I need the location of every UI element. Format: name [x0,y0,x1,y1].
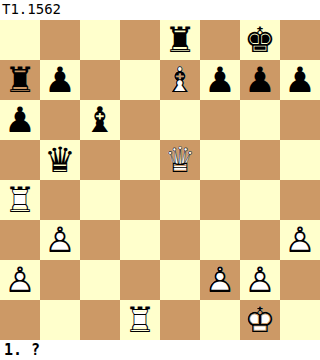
white-queen[interactable]: ♛♕ [160,140,200,180]
square-h7[interactable]: ♟ [280,60,320,100]
square-d8[interactable] [120,20,160,60]
black-pawn[interactable]: ♟ [0,100,40,140]
square-e1[interactable] [160,300,200,340]
square-b3[interactable]: ♟♙ [40,220,80,260]
square-c4[interactable] [80,180,120,220]
chess-board: ♜♚♜♟♝♗♟♟♟♟♝♛♛♕♜♖♟♙♟♙♟♙♟♙♟♙♜♖♚♔ [0,20,320,340]
square-f5[interactable] [200,140,240,180]
square-h6[interactable] [280,100,320,140]
puzzle-id: T1.1562 [0,0,320,20]
square-h2[interactable] [280,260,320,300]
square-h5[interactable] [280,140,320,180]
piece-outline: ♗ [160,60,200,100]
piece-outline: ♔ [240,300,280,340]
white-pawn[interactable]: ♟♙ [200,260,240,300]
square-h1[interactable] [280,300,320,340]
square-c7[interactable] [80,60,120,100]
square-a3[interactable] [0,220,40,260]
square-d6[interactable] [120,100,160,140]
square-f7[interactable]: ♟ [200,60,240,100]
square-b6[interactable] [40,100,80,140]
square-f4[interactable] [200,180,240,220]
square-d3[interactable] [120,220,160,260]
square-e2[interactable] [160,260,200,300]
white-pawn[interactable]: ♟♙ [280,220,320,260]
square-g1[interactable]: ♚♔ [240,300,280,340]
square-g4[interactable] [240,180,280,220]
square-d1[interactable]: ♜♖ [120,300,160,340]
piece-outline: ♙ [240,260,280,300]
white-rook[interactable]: ♜♖ [0,180,40,220]
square-c2[interactable] [80,260,120,300]
piece-outline: ♖ [0,180,40,220]
square-c3[interactable] [80,220,120,260]
white-king[interactable]: ♚♔ [240,300,280,340]
white-bishop[interactable]: ♝♗ [160,60,200,100]
black-pawn[interactable]: ♟ [280,60,320,100]
square-a4[interactable]: ♜♖ [0,180,40,220]
square-f8[interactable] [200,20,240,60]
piece-outline: ♕ [160,140,200,180]
piece-outline: ♙ [280,220,320,260]
black-pawn[interactable]: ♟ [240,60,280,100]
piece-outline: ♙ [0,260,40,300]
black-queen[interactable]: ♛ [40,140,80,180]
square-a6[interactable]: ♟ [0,100,40,140]
square-d5[interactable] [120,140,160,180]
square-b5[interactable]: ♛ [40,140,80,180]
square-f1[interactable] [200,300,240,340]
move-prompt: 1. ? [0,340,320,360]
square-c1[interactable] [80,300,120,340]
square-e5[interactable]: ♛♕ [160,140,200,180]
square-d4[interactable] [120,180,160,220]
square-e8[interactable]: ♜ [160,20,200,60]
square-h4[interactable] [280,180,320,220]
black-rook[interactable]: ♜ [0,60,40,100]
piece-outline: ♖ [120,300,160,340]
square-a5[interactable] [0,140,40,180]
black-pawn[interactable]: ♟ [200,60,240,100]
square-h3[interactable]: ♟♙ [280,220,320,260]
square-a7[interactable]: ♜ [0,60,40,100]
square-h8[interactable] [280,20,320,60]
square-b2[interactable] [40,260,80,300]
square-c5[interactable] [80,140,120,180]
piece-outline: ♙ [40,220,80,260]
square-c6[interactable]: ♝ [80,100,120,140]
square-f3[interactable] [200,220,240,260]
square-a1[interactable] [0,300,40,340]
square-g8[interactable]: ♚ [240,20,280,60]
white-pawn[interactable]: ♟♙ [0,260,40,300]
white-pawn[interactable]: ♟♙ [240,260,280,300]
black-king[interactable]: ♚ [240,20,280,60]
square-f2[interactable]: ♟♙ [200,260,240,300]
square-e7[interactable]: ♝♗ [160,60,200,100]
square-b1[interactable] [40,300,80,340]
square-a8[interactable] [0,20,40,60]
square-f6[interactable] [200,100,240,140]
black-rook[interactable]: ♜ [160,20,200,60]
piece-outline: ♙ [200,260,240,300]
square-g2[interactable]: ♟♙ [240,260,280,300]
square-b7[interactable]: ♟ [40,60,80,100]
square-e4[interactable] [160,180,200,220]
square-e3[interactable] [160,220,200,260]
square-e6[interactable] [160,100,200,140]
square-a2[interactable]: ♟♙ [0,260,40,300]
square-b8[interactable] [40,20,80,60]
square-b4[interactable] [40,180,80,220]
square-g6[interactable] [240,100,280,140]
square-g7[interactable]: ♟ [240,60,280,100]
square-g5[interactable] [240,140,280,180]
white-pawn[interactable]: ♟♙ [40,220,80,260]
black-bishop[interactable]: ♝ [80,100,120,140]
square-g3[interactable] [240,220,280,260]
white-rook[interactable]: ♜♖ [120,300,160,340]
square-d2[interactable] [120,260,160,300]
black-pawn[interactable]: ♟ [40,60,80,100]
square-c8[interactable] [80,20,120,60]
square-d7[interactable] [120,60,160,100]
